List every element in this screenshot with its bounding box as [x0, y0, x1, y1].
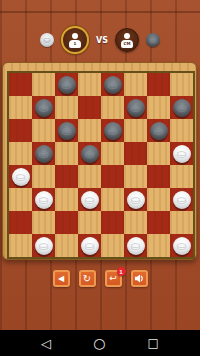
undo-button[interactable]: ↩ 1 [105, 270, 122, 287]
vs-label: VS [96, 36, 108, 45]
square-r8c4[interactable]: ⛀ [78, 234, 101, 257]
piece-light[interactable]: ⛀ [35, 191, 53, 209]
square-r2c7[interactable] [147, 96, 170, 119]
square-r1c2[interactable] [32, 73, 55, 96]
restart-button[interactable]: ↻ [79, 270, 96, 287]
piece-light[interactable]: ⛀ [127, 237, 145, 255]
sound-button[interactable] [131, 270, 148, 287]
square-r6c6[interactable]: ⛀ [124, 188, 147, 211]
square-r7c2[interactable] [32, 211, 55, 234]
back-button[interactable]: ◀ [53, 270, 70, 287]
square-r5c2[interactable] [32, 165, 55, 188]
piece-dark[interactable]: ⛂ [58, 76, 76, 94]
piece-dark[interactable]: ⛂ [173, 99, 191, 117]
android-home-icon[interactable]: ○ [93, 336, 105, 350]
square-r7c4[interactable] [78, 211, 101, 234]
piece-dark[interactable]: ⛂ [104, 76, 122, 94]
square-r8c7[interactable] [147, 234, 170, 257]
person-icon: 1 [69, 33, 81, 48]
piece-dark[interactable]: ⛂ [150, 122, 168, 140]
square-r3c1[interactable] [9, 119, 32, 142]
square-r5c5[interactable] [101, 165, 124, 188]
piece-dark[interactable]: ⛂ [58, 122, 76, 140]
player1-avatar: 1 [61, 26, 89, 54]
sound-icon [134, 273, 145, 284]
back-icon: ◀ [58, 275, 64, 283]
app-screen: ⛀ 1 VS CM ⛂ ⛂⛂⛂⛂⛂⛂⛂⛂⛂⛂⛀⛀⛀⛀⛀⛀⛀⛀⛀⛀ ◀ ↻ ↩ 1 [0, 0, 200, 356]
square-r5c4[interactable] [78, 165, 101, 188]
square-r6c2[interactable]: ⛀ [32, 188, 55, 211]
checkers-board: ⛂⛂⛂⛂⛂⛂⛂⛂⛂⛂⛀⛀⛀⛀⛀⛀⛀⛀⛀⛀ [2, 62, 197, 260]
piece-dark[interactable]: ⛂ [127, 99, 145, 117]
piece-light[interactable]: ⛀ [81, 237, 99, 255]
square-r4c6[interactable] [124, 142, 147, 165]
square-r2c2[interactable]: ⛂ [32, 96, 55, 119]
square-r8c3[interactable] [55, 234, 78, 257]
square-r3c8[interactable] [170, 119, 193, 142]
square-r3c2[interactable] [32, 119, 55, 142]
square-r8c5[interactable] [101, 234, 124, 257]
square-r8c2[interactable]: ⛀ [32, 234, 55, 257]
square-r5c7[interactable] [147, 165, 170, 188]
square-r5c3[interactable] [55, 165, 78, 188]
square-r4c1[interactable] [9, 142, 32, 165]
square-r4c3[interactable] [55, 142, 78, 165]
piece-light[interactable]: ⛀ [81, 191, 99, 209]
square-r2c1[interactable] [9, 96, 32, 119]
square-r1c4[interactable] [78, 73, 101, 96]
square-r1c1[interactable] [9, 73, 32, 96]
player2-piece-color-indicator: ⛂ [146, 33, 160, 47]
square-r6c7[interactable] [147, 188, 170, 211]
square-r6c1[interactable] [9, 188, 32, 211]
piece-dark[interactable]: ⛂ [35, 145, 53, 163]
square-r1c5[interactable]: ⛂ [101, 73, 124, 96]
square-r6c3[interactable] [55, 188, 78, 211]
square-r4c2[interactable]: ⛂ [32, 142, 55, 165]
piece-light[interactable]: ⛀ [173, 237, 191, 255]
square-r4c8[interactable]: ⛀ [170, 142, 193, 165]
square-r6c8[interactable]: ⛀ [170, 188, 193, 211]
square-r4c5[interactable] [101, 142, 124, 165]
square-r8c8[interactable]: ⛀ [170, 234, 193, 257]
board-grid: ⛂⛂⛂⛂⛂⛂⛂⛂⛂⛂⛀⛀⛀⛀⛀⛀⛀⛀⛀⛀ [7, 71, 195, 259]
square-r6c5[interactable] [101, 188, 124, 211]
match-header: ⛀ 1 VS CM ⛂ [0, 26, 200, 54]
square-r7c5[interactable] [101, 211, 124, 234]
player1-label: 1 [74, 42, 77, 46]
square-r5c1[interactable]: ⛀ [9, 165, 32, 188]
square-r1c3[interactable]: ⛂ [55, 73, 78, 96]
piece-dark[interactable]: ⛂ [35, 99, 53, 117]
square-r7c1[interactable] [9, 211, 32, 234]
square-r7c6[interactable] [124, 211, 147, 234]
square-r2c5[interactable] [101, 96, 124, 119]
player2-label: CM [124, 42, 131, 46]
android-recents-icon[interactable]: □ [148, 337, 159, 349]
undo-icon: ↩ [109, 274, 117, 283]
square-r8c1[interactable] [9, 234, 32, 257]
square-r5c6[interactable] [124, 165, 147, 188]
square-r2c4[interactable] [78, 96, 101, 119]
square-r7c8[interactable] [170, 211, 193, 234]
restart-icon: ↻ [83, 274, 91, 284]
piece-light[interactable]: ⛀ [173, 191, 191, 209]
android-navbar: ◁ ○ □ [0, 330, 200, 356]
piece-light[interactable]: ⛀ [12, 168, 30, 186]
square-r1c8[interactable] [170, 73, 193, 96]
piece-dark[interactable]: ⛂ [104, 122, 122, 140]
piece-light[interactable]: ⛀ [35, 237, 53, 255]
square-r3c6[interactable] [124, 119, 147, 142]
square-r6c4[interactable]: ⛀ [78, 188, 101, 211]
piece-light[interactable]: ⛀ [127, 191, 145, 209]
square-r2c3[interactable] [55, 96, 78, 119]
person-icon: CM [121, 33, 133, 48]
square-r7c7[interactable] [147, 211, 170, 234]
square-r3c4[interactable] [78, 119, 101, 142]
square-r3c3[interactable]: ⛂ [55, 119, 78, 142]
player1-piece-color-indicator: ⛀ [40, 33, 54, 47]
player2-avatar: CM [115, 28, 139, 52]
square-r1c7[interactable] [147, 73, 170, 96]
square-r3c7[interactable]: ⛂ [147, 119, 170, 142]
square-r5c8[interactable] [170, 165, 193, 188]
square-r1c6[interactable] [124, 73, 147, 96]
square-r3c5[interactable]: ⛂ [101, 119, 124, 142]
square-r4c7[interactable] [147, 142, 170, 165]
square-r2c8[interactable]: ⛂ [170, 96, 193, 119]
square-r4c4[interactable]: ⛂ [78, 142, 101, 165]
piece-dark[interactable]: ⛂ [81, 145, 99, 163]
android-back-icon[interactable]: ◁ [41, 337, 51, 350]
square-r7c3[interactable] [55, 211, 78, 234]
square-r8c6[interactable]: ⛀ [124, 234, 147, 257]
piece-light[interactable]: ⛀ [173, 145, 191, 163]
game-toolbar: ◀ ↻ ↩ 1 [0, 270, 200, 287]
undo-count-badge: 1 [117, 267, 126, 276]
square-r2c6[interactable]: ⛂ [124, 96, 147, 119]
